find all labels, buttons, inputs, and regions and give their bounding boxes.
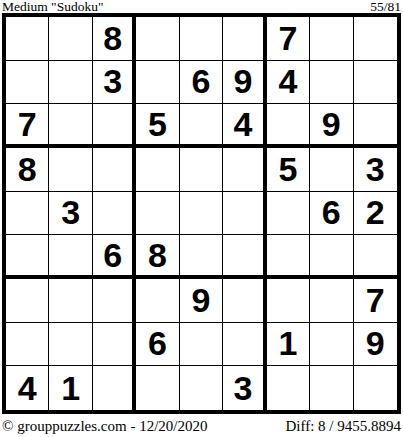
cell-r3c5[interactable] — [180, 104, 223, 148]
cell-r1c1[interactable] — [6, 17, 49, 61]
cell-r4c7[interactable]: 5 — [267, 148, 310, 192]
cell-r1c7[interactable]: 7 — [267, 17, 310, 61]
cell-r3c3[interactable] — [93, 104, 136, 148]
cell-r5c4[interactable] — [136, 192, 179, 236]
cell-r7c8[interactable] — [310, 279, 353, 323]
cell-r9c3[interactable] — [93, 366, 136, 410]
cell-r3c6[interactable]: 4 — [223, 104, 266, 148]
cell-r1c4[interactable] — [136, 17, 179, 61]
cell-r6c9[interactable] — [354, 235, 397, 279]
cell-r9c4[interactable] — [136, 366, 179, 410]
cell-r1c9[interactable] — [354, 17, 397, 61]
cell-r9c6[interactable]: 3 — [223, 366, 266, 410]
cell-r6c7[interactable] — [267, 235, 310, 279]
cell-r3c4[interactable]: 5 — [136, 104, 179, 148]
cell-r7c3[interactable] — [93, 279, 136, 323]
cell-r3c1[interactable]: 7 — [6, 104, 49, 148]
cell-r9c5[interactable] — [180, 366, 223, 410]
cell-r1c8[interactable] — [310, 17, 353, 61]
cell-r4c3[interactable] — [93, 148, 136, 192]
cell-r7c7[interactable] — [267, 279, 310, 323]
cell-r4c2[interactable] — [49, 148, 92, 192]
cell-r9c7[interactable] — [267, 366, 310, 410]
cell-r8c2[interactable] — [49, 323, 92, 367]
cell-r2c2[interactable] — [49, 61, 92, 105]
cell-r6c8[interactable] — [310, 235, 353, 279]
cell-r2c4[interactable] — [136, 61, 179, 105]
cell-r9c2[interactable]: 1 — [49, 366, 92, 410]
cell-r9c1[interactable]: 4 — [6, 366, 49, 410]
cell-r4c8[interactable] — [310, 148, 353, 192]
cell-r2c1[interactable] — [6, 61, 49, 105]
cell-r9c9[interactable] — [354, 366, 397, 410]
copyright-text: © grouppuzzles.com - 12/20/2020 — [2, 418, 208, 435]
cell-r3c7[interactable] — [267, 104, 310, 148]
cell-r3c9[interactable] — [354, 104, 397, 148]
progress-counter: 55/81 — [370, 0, 401, 13]
cell-r7c5[interactable]: 9 — [180, 279, 223, 323]
cell-r8c1[interactable] — [6, 323, 49, 367]
cell-r8c6[interactable] — [223, 323, 266, 367]
difficulty-text: Diff: 8 / 9455.8894 — [285, 418, 401, 435]
cell-r7c6[interactable] — [223, 279, 266, 323]
header: Medium "Sudoku" 55/81 — [0, 0, 403, 13]
cell-r5c5[interactable] — [180, 192, 223, 236]
cell-r5c1[interactable] — [6, 192, 49, 236]
cell-r5c7[interactable] — [267, 192, 310, 236]
cell-r3c2[interactable] — [49, 104, 92, 148]
cell-r1c3[interactable]: 8 — [93, 17, 136, 61]
cell-r6c6[interactable] — [223, 235, 266, 279]
cell-r8c9[interactable]: 9 — [354, 323, 397, 367]
cell-r8c4[interactable]: 6 — [136, 323, 179, 367]
cell-r5c2[interactable]: 3 — [49, 192, 92, 236]
cell-r5c9[interactable]: 2 — [354, 192, 397, 236]
cell-r8c7[interactable]: 1 — [267, 323, 310, 367]
cell-r7c9[interactable]: 7 — [354, 279, 397, 323]
cell-r6c5[interactable] — [180, 235, 223, 279]
cell-r8c5[interactable] — [180, 323, 223, 367]
cell-r2c7[interactable]: 4 — [267, 61, 310, 105]
cell-r4c9[interactable]: 3 — [354, 148, 397, 192]
cell-r1c6[interactable] — [223, 17, 266, 61]
sudoku-grid: 87369475498533626897619413 — [2, 13, 401, 414]
cell-r2c3[interactable]: 3 — [93, 61, 136, 105]
cell-r2c6[interactable]: 9 — [223, 61, 266, 105]
cell-r4c4[interactable] — [136, 148, 179, 192]
cell-r9c8[interactable] — [310, 366, 353, 410]
cell-r5c6[interactable] — [223, 192, 266, 236]
cell-r1c2[interactable] — [49, 17, 92, 61]
page-title: Medium "Sudoku" — [2, 0, 103, 13]
cell-r6c2[interactable] — [49, 235, 92, 279]
cell-r7c4[interactable] — [136, 279, 179, 323]
cell-r7c2[interactable] — [49, 279, 92, 323]
cell-r5c3[interactable] — [93, 192, 136, 236]
cell-r6c3[interactable]: 6 — [93, 235, 136, 279]
cell-r2c8[interactable] — [310, 61, 353, 105]
cell-r2c9[interactable] — [354, 61, 397, 105]
cell-r3c8[interactable]: 9 — [310, 104, 353, 148]
footer: © grouppuzzles.com - 12/20/2020 Diff: 8 … — [0, 414, 403, 437]
cell-r5c8[interactable]: 6 — [310, 192, 353, 236]
cell-r4c1[interactable]: 8 — [6, 148, 49, 192]
cell-r8c3[interactable] — [93, 323, 136, 367]
cell-r6c1[interactable] — [6, 235, 49, 279]
cell-r7c1[interactable] — [6, 279, 49, 323]
cell-r8c8[interactable] — [310, 323, 353, 367]
cell-r6c4[interactable]: 8 — [136, 235, 179, 279]
cell-r4c6[interactable] — [223, 148, 266, 192]
cell-r2c5[interactable]: 6 — [180, 61, 223, 105]
sudoku-page: Medium "Sudoku" 55/81 873694754985336268… — [0, 0, 403, 437]
cell-r4c5[interactable] — [180, 148, 223, 192]
cell-r1c5[interactable] — [180, 17, 223, 61]
